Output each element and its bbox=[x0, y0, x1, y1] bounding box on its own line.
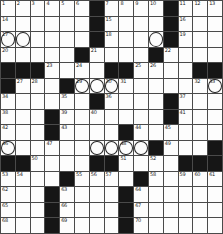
white-cell[interactable] bbox=[193, 203, 207, 218]
white-cell[interactable] bbox=[90, 63, 104, 78]
white-cell[interactable]: 55 bbox=[75, 172, 89, 187]
clue-number: 62 bbox=[2, 187, 8, 193]
white-cell[interactable] bbox=[105, 203, 119, 218]
white-cell[interactable]: 69 bbox=[60, 218, 74, 233]
black-cell bbox=[149, 141, 163, 156]
white-cell[interactable]: 54 bbox=[16, 172, 30, 187]
white-cell[interactable] bbox=[31, 110, 45, 125]
white-cell[interactable] bbox=[149, 79, 163, 94]
white-cell[interactable] bbox=[193, 94, 207, 109]
white-cell[interactable] bbox=[16, 203, 30, 218]
white-cell[interactable] bbox=[45, 79, 59, 94]
white-cell[interactable] bbox=[134, 32, 148, 47]
white-cell[interactable]: 48 bbox=[119, 141, 133, 156]
clue-number: 61 bbox=[209, 172, 215, 178]
clue-number: 4 bbox=[46, 1, 49, 7]
clue-number: 1 bbox=[2, 1, 5, 7]
white-cell[interactable] bbox=[164, 218, 178, 233]
white-cell[interactable]: 47 bbox=[45, 141, 59, 156]
black-cell bbox=[45, 218, 59, 233]
white-cell[interactable]: 12 bbox=[193, 1, 207, 16]
white-cell[interactable] bbox=[75, 110, 89, 125]
black-cell bbox=[1, 156, 15, 171]
black-cell bbox=[16, 156, 30, 171]
circle-marker bbox=[16, 32, 30, 47]
white-cell[interactable]: 66 bbox=[60, 203, 74, 218]
black-cell bbox=[164, 32, 178, 47]
white-cell[interactable]: 36 bbox=[105, 94, 119, 109]
clue-number: 37 bbox=[180, 94, 186, 100]
clue-number: 66 bbox=[61, 203, 67, 209]
white-cell[interactable] bbox=[193, 17, 207, 32]
white-cell[interactable] bbox=[105, 218, 119, 233]
white-cell[interactable] bbox=[193, 110, 207, 125]
white-cell[interactable]: 21 bbox=[90, 48, 104, 63]
black-cell bbox=[119, 125, 133, 140]
white-cell[interactable] bbox=[31, 218, 45, 233]
white-cell[interactable]: 16 bbox=[179, 17, 193, 32]
white-cell[interactable] bbox=[31, 187, 45, 202]
black-cell bbox=[119, 187, 133, 202]
white-cell[interactable] bbox=[31, 48, 45, 63]
white-cell[interactable] bbox=[45, 94, 59, 109]
white-cell[interactable] bbox=[179, 141, 193, 156]
clue-number: 38 bbox=[2, 110, 8, 116]
white-cell[interactable] bbox=[149, 32, 163, 47]
white-cell[interactable] bbox=[60, 17, 74, 32]
clue-number: 8 bbox=[120, 1, 123, 7]
clue-number: 23 bbox=[46, 63, 52, 69]
white-cell[interactable] bbox=[134, 17, 148, 32]
white-cell[interactable] bbox=[179, 203, 193, 218]
clue-number: 54 bbox=[17, 172, 23, 178]
black-cell bbox=[16, 63, 30, 78]
white-cell[interactable] bbox=[208, 48, 222, 63]
circle-marker bbox=[208, 79, 222, 94]
white-cell[interactable] bbox=[164, 63, 178, 78]
white-cell[interactable] bbox=[75, 156, 89, 171]
clue-number: 9 bbox=[135, 1, 138, 7]
clue-number: 65 bbox=[2, 203, 8, 209]
white-cell[interactable]: 67 bbox=[134, 203, 148, 218]
clue-number: 57 bbox=[106, 172, 112, 178]
clue-number: 13 bbox=[209, 1, 215, 7]
white-cell[interactable] bbox=[149, 203, 163, 218]
white-cell[interactable]: 44 bbox=[134, 125, 148, 140]
white-cell[interactable]: 13 bbox=[208, 1, 222, 16]
white-cell[interactable] bbox=[149, 110, 163, 125]
white-cell[interactable]: 26 bbox=[149, 63, 163, 78]
white-cell[interactable] bbox=[208, 203, 222, 218]
clue-number: 5 bbox=[61, 1, 64, 7]
white-cell[interactable] bbox=[75, 125, 89, 140]
circle-marker bbox=[119, 141, 133, 156]
black-cell bbox=[119, 63, 133, 78]
white-cell[interactable] bbox=[193, 48, 207, 63]
white-cell[interactable] bbox=[179, 48, 193, 63]
clue-number: 3 bbox=[32, 1, 35, 7]
black-cell bbox=[119, 218, 133, 233]
black-cell bbox=[208, 63, 222, 78]
clue-number: 39 bbox=[61, 110, 67, 116]
clue-number: 27 bbox=[17, 79, 23, 85]
white-cell[interactable] bbox=[75, 17, 89, 32]
white-cell[interactable]: 53 bbox=[1, 172, 15, 187]
clue-number: 18 bbox=[106, 32, 112, 38]
white-cell[interactable]: 18 bbox=[105, 32, 119, 47]
white-cell[interactable] bbox=[75, 218, 89, 233]
clue-number: 22 bbox=[165, 48, 171, 54]
clue-number: 36 bbox=[106, 94, 112, 100]
clue-number: 2 bbox=[17, 1, 20, 7]
clue-number: 44 bbox=[135, 125, 141, 131]
black-cell bbox=[31, 63, 45, 78]
white-cell[interactable] bbox=[179, 79, 193, 94]
black-cell bbox=[164, 110, 178, 125]
clue-number: 59 bbox=[180, 172, 186, 178]
white-cell[interactable] bbox=[164, 79, 178, 94]
black-cell bbox=[105, 156, 119, 171]
white-cell[interactable] bbox=[134, 110, 148, 125]
circle-marker bbox=[149, 32, 163, 47]
white-cell[interactable] bbox=[60, 32, 74, 47]
white-cell[interactable]: 3 bbox=[31, 1, 45, 16]
clue-number: 26 bbox=[150, 63, 156, 69]
white-cell[interactable] bbox=[90, 203, 104, 218]
white-cell[interactable]: 5 bbox=[60, 1, 74, 16]
black-cell bbox=[60, 79, 74, 94]
clue-number: 15 bbox=[106, 17, 112, 23]
white-cell[interactable]: 61 bbox=[208, 172, 222, 187]
white-cell[interactable] bbox=[60, 63, 74, 78]
clue-number: 49 bbox=[165, 141, 171, 147]
white-cell[interactable] bbox=[164, 172, 178, 187]
white-cell[interactable] bbox=[208, 17, 222, 32]
clue-number: 47 bbox=[46, 141, 52, 147]
circle-marker bbox=[105, 141, 119, 156]
white-cell[interactable] bbox=[105, 141, 119, 156]
white-cell[interactable] bbox=[16, 218, 30, 233]
white-cell[interactable] bbox=[208, 32, 222, 47]
white-cell[interactable] bbox=[45, 17, 59, 32]
black-cell bbox=[90, 32, 104, 47]
white-cell[interactable]: 19 bbox=[179, 32, 193, 47]
clue-number: 67 bbox=[135, 203, 141, 209]
black-cell bbox=[1, 79, 15, 94]
white-cell[interactable] bbox=[16, 94, 30, 109]
circle-marker bbox=[1, 141, 15, 156]
clue-number: 52 bbox=[150, 156, 156, 162]
white-cell[interactable] bbox=[164, 156, 178, 171]
white-cell[interactable] bbox=[31, 94, 45, 109]
white-cell[interactable] bbox=[60, 141, 74, 156]
white-cell[interactable]: 38 bbox=[1, 110, 15, 125]
black-cell bbox=[193, 63, 207, 78]
white-cell[interactable] bbox=[31, 125, 45, 140]
white-cell[interactable]: 4 bbox=[45, 1, 59, 16]
clue-number: 28 bbox=[32, 79, 38, 85]
white-cell[interactable]: 51 bbox=[119, 156, 133, 171]
white-cell[interactable]: 1 bbox=[1, 1, 15, 16]
clue-number: 68 bbox=[2, 218, 8, 224]
white-cell[interactable] bbox=[31, 203, 45, 218]
clue-number: 32 bbox=[194, 79, 200, 85]
white-cell[interactable]: 59 bbox=[179, 172, 193, 187]
white-cell[interactable] bbox=[119, 94, 133, 109]
clue-number: 14 bbox=[2, 17, 8, 23]
black-cell bbox=[45, 110, 59, 125]
white-cell[interactable] bbox=[16, 187, 30, 202]
white-cell[interactable] bbox=[119, 17, 133, 32]
black-cell bbox=[90, 156, 104, 171]
white-cell[interactable] bbox=[16, 32, 30, 47]
white-cell[interactable] bbox=[75, 187, 89, 202]
clue-number: 53 bbox=[2, 172, 8, 178]
white-cell[interactable] bbox=[45, 32, 59, 47]
clue-number: 45 bbox=[165, 125, 171, 131]
black-cell bbox=[45, 125, 59, 140]
white-cell[interactable] bbox=[105, 125, 119, 140]
crossword-grid: 1234567891011121314151617181920212223242… bbox=[0, 0, 223, 234]
white-cell[interactable] bbox=[134, 141, 148, 156]
white-cell[interactable]: 40 bbox=[90, 110, 104, 125]
white-cell[interactable] bbox=[90, 125, 104, 140]
white-cell[interactable]: 27 bbox=[16, 79, 30, 94]
clue-number: 69 bbox=[61, 218, 67, 224]
white-cell[interactable]: 22 bbox=[164, 48, 178, 63]
white-cell[interactable] bbox=[45, 48, 59, 63]
white-cell[interactable] bbox=[164, 187, 178, 202]
circle-marker bbox=[105, 79, 119, 94]
clue-number: 40 bbox=[91, 110, 97, 116]
white-cell[interactable] bbox=[90, 218, 104, 233]
white-cell[interactable]: 34 bbox=[1, 94, 15, 109]
white-cell[interactable]: 35 bbox=[60, 94, 74, 109]
white-cell[interactable]: 28 bbox=[31, 79, 45, 94]
white-cell[interactable] bbox=[119, 110, 133, 125]
white-cell[interactable]: 14 bbox=[1, 17, 15, 32]
white-cell[interactable]: 2 bbox=[16, 1, 30, 16]
black-cell bbox=[1, 63, 15, 78]
white-cell[interactable] bbox=[179, 63, 193, 78]
clue-number: 43 bbox=[61, 125, 67, 131]
white-cell[interactable] bbox=[90, 79, 104, 94]
clue-number: 11 bbox=[180, 1, 186, 7]
black-cell bbox=[119, 203, 133, 218]
white-cell[interactable] bbox=[193, 187, 207, 202]
white-cell[interactable]: 29 bbox=[75, 79, 89, 94]
white-cell[interactable] bbox=[60, 156, 74, 171]
white-cell[interactable] bbox=[134, 94, 148, 109]
clue-number: 63 bbox=[61, 187, 67, 193]
white-cell[interactable] bbox=[45, 156, 59, 171]
white-cell[interactable]: 52 bbox=[149, 156, 163, 171]
black-cell bbox=[179, 156, 193, 171]
white-cell[interactable] bbox=[31, 172, 45, 187]
clue-number: 21 bbox=[91, 48, 97, 54]
black-cell bbox=[164, 94, 178, 109]
white-cell[interactable]: 62 bbox=[1, 187, 15, 202]
white-cell[interactable]: 64 bbox=[134, 187, 148, 202]
clue-number: 34 bbox=[2, 94, 8, 100]
white-cell[interactable] bbox=[90, 141, 104, 156]
clue-number: 16 bbox=[180, 17, 186, 23]
white-cell[interactable] bbox=[16, 48, 30, 63]
white-cell[interactable] bbox=[179, 218, 193, 233]
white-cell[interactable]: 24 bbox=[75, 63, 89, 78]
white-cell[interactable]: 7 bbox=[105, 1, 119, 16]
white-cell[interactable] bbox=[208, 125, 222, 140]
white-cell[interactable]: 41 bbox=[179, 110, 193, 125]
clue-number: 31 bbox=[120, 79, 126, 85]
clue-number: 64 bbox=[135, 187, 141, 193]
circle-marker bbox=[90, 141, 104, 156]
white-cell[interactable]: 43 bbox=[60, 125, 74, 140]
white-cell[interactable]: 32 bbox=[193, 79, 207, 94]
white-cell[interactable] bbox=[16, 110, 30, 125]
clue-number: 58 bbox=[150, 172, 156, 178]
white-cell[interactable]: 6 bbox=[75, 1, 89, 16]
clue-number: 42 bbox=[2, 125, 8, 131]
white-cell[interactable] bbox=[164, 203, 178, 218]
white-cell[interactable] bbox=[31, 17, 45, 32]
circle-marker bbox=[1, 32, 15, 47]
clue-number: 41 bbox=[180, 110, 186, 116]
white-cell[interactable]: 50 bbox=[31, 156, 45, 171]
white-cell[interactable]: 63 bbox=[60, 187, 74, 202]
black-cell bbox=[149, 48, 163, 63]
white-cell[interactable] bbox=[193, 218, 207, 233]
white-cell[interactable] bbox=[90, 187, 104, 202]
white-cell[interactable] bbox=[134, 156, 148, 171]
white-cell[interactable]: 68 bbox=[1, 218, 15, 233]
white-cell[interactable] bbox=[134, 79, 148, 94]
white-cell[interactable] bbox=[208, 94, 222, 109]
white-cell[interactable]: 8 bbox=[119, 1, 133, 16]
clue-number: 25 bbox=[135, 63, 141, 69]
black-cell bbox=[208, 156, 222, 171]
white-cell[interactable] bbox=[75, 203, 89, 218]
black-cell bbox=[208, 141, 222, 156]
white-cell[interactable]: 37 bbox=[179, 94, 193, 109]
clue-number: 35 bbox=[61, 94, 67, 100]
white-cell[interactable] bbox=[193, 32, 207, 47]
white-cell[interactable] bbox=[16, 17, 30, 32]
white-cell[interactable] bbox=[134, 48, 148, 63]
clue-number: 60 bbox=[194, 172, 200, 178]
white-cell[interactable]: 45 bbox=[164, 125, 178, 140]
white-cell[interactable] bbox=[149, 94, 163, 109]
black-cell bbox=[90, 94, 104, 109]
white-cell[interactable]: 33 bbox=[208, 79, 222, 94]
white-cell[interactable] bbox=[149, 125, 163, 140]
white-cell[interactable]: 57 bbox=[105, 172, 119, 187]
white-cell[interactable]: 17 bbox=[1, 32, 15, 47]
clue-number: 20 bbox=[2, 48, 8, 54]
white-cell[interactable] bbox=[105, 48, 119, 63]
white-cell[interactable] bbox=[45, 172, 59, 187]
white-cell[interactable] bbox=[208, 110, 222, 125]
white-cell[interactable]: 49 bbox=[164, 141, 178, 156]
clue-number: 6 bbox=[76, 1, 79, 7]
circle-marker bbox=[134, 141, 148, 156]
white-cell[interactable] bbox=[75, 94, 89, 109]
black-cell bbox=[90, 17, 104, 32]
black-cell bbox=[164, 17, 178, 32]
white-cell[interactable]: 56 bbox=[90, 172, 104, 187]
white-cell[interactable]: 9 bbox=[134, 1, 148, 16]
black-cell bbox=[193, 156, 207, 171]
clue-number: 24 bbox=[76, 63, 82, 69]
white-cell[interactable] bbox=[208, 218, 222, 233]
clue-number: 51 bbox=[120, 156, 126, 162]
white-cell[interactable]: 10 bbox=[149, 1, 163, 16]
white-cell[interactable]: 65 bbox=[1, 203, 15, 218]
black-cell bbox=[134, 172, 148, 187]
black-cell bbox=[164, 1, 178, 16]
clue-number: 56 bbox=[91, 172, 97, 178]
white-cell[interactable]: 58 bbox=[149, 172, 163, 187]
white-cell[interactable] bbox=[179, 187, 193, 202]
white-cell[interactable]: 70 bbox=[134, 218, 148, 233]
white-cell[interactable]: 30 bbox=[105, 79, 119, 94]
white-cell[interactable]: 46 bbox=[1, 141, 15, 156]
white-cell[interactable] bbox=[149, 17, 163, 32]
white-cell[interactable] bbox=[16, 125, 30, 140]
white-cell[interactable] bbox=[75, 141, 89, 156]
white-cell[interactable] bbox=[75, 32, 89, 47]
clue-number: 7 bbox=[106, 1, 109, 7]
black-cell bbox=[90, 1, 104, 16]
white-cell[interactable] bbox=[119, 48, 133, 63]
white-cell[interactable] bbox=[149, 218, 163, 233]
white-cell[interactable] bbox=[16, 141, 30, 156]
white-cell[interactable]: 39 bbox=[60, 110, 74, 125]
white-cell[interactable] bbox=[119, 32, 133, 47]
white-cell[interactable]: 23 bbox=[45, 63, 59, 78]
black-cell bbox=[45, 203, 59, 218]
white-cell[interactable]: 15 bbox=[105, 17, 119, 32]
white-cell[interactable] bbox=[208, 187, 222, 202]
white-cell[interactable] bbox=[105, 110, 119, 125]
white-cell[interactable] bbox=[179, 125, 193, 140]
clue-number: 50 bbox=[32, 156, 38, 162]
circle-marker bbox=[90, 79, 104, 94]
white-cell[interactable]: 25 bbox=[134, 63, 148, 78]
clue-number: 70 bbox=[135, 218, 141, 224]
white-cell[interactable] bbox=[31, 141, 45, 156]
white-cell[interactable] bbox=[105, 187, 119, 202]
white-cell[interactable] bbox=[119, 172, 133, 187]
white-cell[interactable] bbox=[193, 141, 207, 156]
white-cell[interactable] bbox=[193, 125, 207, 140]
white-cell[interactable]: 20 bbox=[1, 48, 15, 63]
clue-number: 55 bbox=[76, 172, 82, 178]
black-cell bbox=[45, 187, 59, 202]
circle-marker bbox=[75, 79, 89, 94]
black-cell bbox=[60, 172, 74, 187]
white-cell[interactable]: 60 bbox=[193, 172, 207, 187]
black-cell bbox=[105, 63, 119, 78]
white-cell[interactable] bbox=[149, 187, 163, 202]
white-cell[interactable]: 42 bbox=[1, 125, 15, 140]
clue-number: 10 bbox=[150, 1, 156, 7]
white-cell[interactable]: 31 bbox=[119, 79, 133, 94]
white-cell[interactable]: 11 bbox=[179, 1, 193, 16]
white-cell[interactable] bbox=[31, 32, 45, 47]
clue-number: 19 bbox=[180, 32, 186, 38]
white-cell[interactable] bbox=[60, 48, 74, 63]
